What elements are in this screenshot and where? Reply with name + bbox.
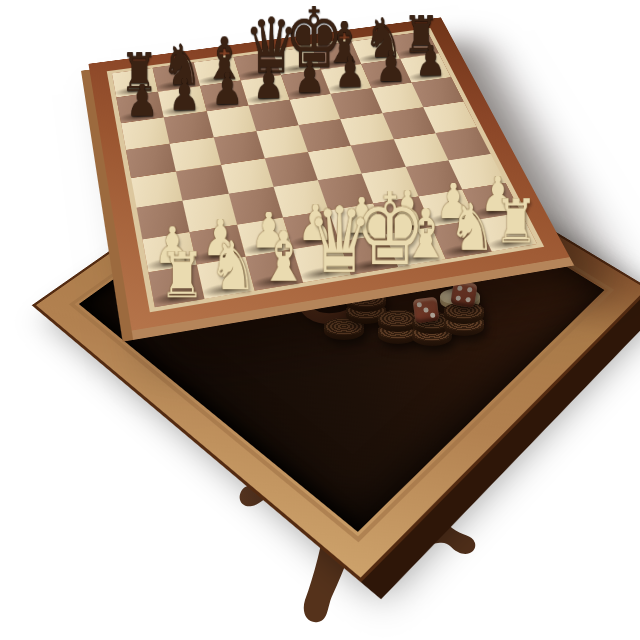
piece-shadow [200, 280, 248, 299]
piece-shadow [470, 203, 516, 220]
square-g4 [393, 133, 448, 167]
square-d5 [256, 125, 308, 158]
square-b1: ♞ [197, 257, 254, 299]
square-b3 [183, 194, 237, 232]
piece-shadow [160, 103, 201, 117]
piece-black-king: ♚ [284, 6, 317, 71]
piece-shadow [240, 239, 287, 257]
board-layer: ♜♞♝♛♚♝♞♜♟♟♟♟♟♟♟♟♟♟♟♟♟♟♟♟♜♞♝♛♚♝♞♜ [0, 0, 640, 640]
square-h4 [435, 127, 490, 160]
chess-board-grid: ♜♞♝♛♚♝♞♜♟♟♟♟♟♟♟♟♟♟♟♟♟♟♟♟♜♞♝♛♚♝♞♜ [107, 28, 544, 312]
square-c8: ♝ [193, 57, 240, 86]
piece-shadow [151, 288, 199, 308]
piece-shadow [439, 241, 486, 259]
piece-shadow [395, 46, 434, 59]
square-b5 [170, 137, 221, 171]
chess-board: ♜♞♝♛♚♝♞♜♟♟♟♟♟♟♟♟♟♟♟♟♟♟♟♟♜♞♝♛♚♝♞♜ [88, 17, 569, 330]
square-g1: ♞ [431, 220, 491, 260]
piece-shadow [484, 234, 531, 252]
piece-shadow [297, 264, 345, 283]
piece-shadow [392, 249, 440, 267]
square-e2: ♟ [328, 203, 385, 241]
product-photo-chess-game-table: { "game": "chess", "scene": "wooden pede… [0, 0, 640, 640]
piece-shadow [345, 257, 393, 276]
piece-shadow [144, 254, 191, 272]
piece-shadow [236, 68, 276, 81]
square-a2: ♟ [142, 232, 197, 272]
piece-shadow [249, 272, 297, 291]
square-d4 [265, 152, 318, 187]
square-e5 [299, 119, 351, 152]
square-e1: ♚ [339, 234, 398, 275]
